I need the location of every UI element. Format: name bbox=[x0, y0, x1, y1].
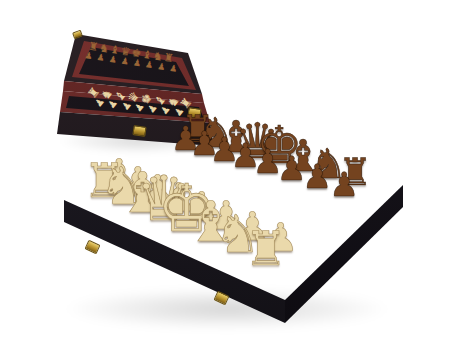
square-b4 bbox=[150, 172, 183, 187]
square-h6 bbox=[313, 198, 353, 217]
square-h3 bbox=[273, 229, 316, 252]
square-e8 bbox=[262, 159, 296, 173]
square-g4 bbox=[260, 209, 300, 229]
piece-black-pawn-h7: ♟ bbox=[329, 167, 359, 200]
board-wood-grain bbox=[64, 130, 403, 300]
product-photo-chess-set: ♜♞♝♛♚♝♞♜ ♟♟♟♟♟♟♟♟ ♜♞♝♛♚♝♞♜ ♟♟♟♟♟♟♟♟ ♜♞♝♛… bbox=[0, 0, 460, 350]
piece-white-pawn-b2: ♟ bbox=[120, 162, 155, 201]
square-a1 bbox=[88, 190, 121, 206]
piece-black-pawn-g7: ♟ bbox=[302, 159, 332, 192]
box-clasp-icon bbox=[187, 107, 201, 119]
square-f3 bbox=[221, 211, 260, 231]
board-clasp-icon bbox=[84, 240, 100, 255]
box-clasp-icon bbox=[132, 125, 146, 137]
piece-black-king-e8: ♚ bbox=[256, 121, 302, 173]
piece-black-rook-h8: ♜ bbox=[339, 154, 372, 191]
square-c7 bbox=[208, 155, 240, 169]
piece-black-bishop-c8: ♝ bbox=[216, 115, 256, 159]
square-e7 bbox=[250, 167, 285, 182]
piece-white-pawn-c2: ♟ bbox=[140, 170, 175, 209]
piece-white-pawn-e2: ♟ bbox=[184, 187, 219, 226]
piece-white-queen-d1: ♛ bbox=[136, 169, 192, 231]
square-d5 bbox=[203, 177, 238, 193]
piece-black-pawn-f7: ♟ bbox=[277, 152, 307, 185]
piece-black-queen-d8: ♛ bbox=[235, 117, 279, 166]
square-e3 bbox=[197, 202, 235, 221]
square-h8 bbox=[336, 179, 375, 196]
piece-white-rook-a1: ♜ bbox=[83, 157, 125, 204]
square-c5 bbox=[183, 170, 217, 185]
piece-white-pawn-f2: ♟ bbox=[208, 197, 243, 236]
piece-white-bishop-f1: ♝ bbox=[186, 194, 236, 250]
square-c4 bbox=[169, 179, 203, 195]
board-lighting-overlay bbox=[64, 130, 403, 300]
square-a3 bbox=[118, 174, 150, 189]
square-d6 bbox=[216, 169, 250, 184]
board-fold-seam bbox=[132, 161, 352, 235]
piece-white-bishop-c1: ♝ bbox=[118, 165, 168, 221]
piece-black-pawn-d7: ♟ bbox=[230, 139, 260, 172]
piece-white-pawn-g2: ♟ bbox=[235, 207, 270, 246]
square-c1 bbox=[125, 205, 161, 224]
square-b3 bbox=[136, 180, 169, 196]
square-f6 bbox=[261, 182, 298, 199]
square-e2 bbox=[183, 212, 221, 232]
square-b5 bbox=[163, 164, 195, 178]
square-a4 bbox=[132, 166, 164, 180]
square-h5 bbox=[300, 208, 341, 228]
square-a5 bbox=[145, 159, 176, 173]
piece-black-pawn-e7: ♟ bbox=[253, 145, 283, 178]
square-f8 bbox=[285, 165, 321, 180]
piece-white-rook-h1: ♜ bbox=[245, 224, 287, 271]
piece-white-pawn-h2: ♟ bbox=[263, 218, 298, 257]
square-d2 bbox=[161, 204, 198, 223]
square-f4 bbox=[235, 201, 273, 220]
square-c2 bbox=[140, 196, 175, 214]
square-h7 bbox=[325, 188, 364, 206]
piece-white-knight-g1: ♞ bbox=[214, 208, 261, 260]
square-g1 bbox=[216, 242, 259, 266]
square-f5 bbox=[248, 191, 286, 209]
piece-white-pawn-d2: ♟ bbox=[161, 178, 196, 217]
square-g5 bbox=[273, 199, 312, 218]
square-f2 bbox=[206, 221, 246, 242]
square-d1 bbox=[145, 214, 182, 234]
square-e1 bbox=[167, 222, 206, 243]
square-c6 bbox=[196, 163, 229, 177]
piece-black-bishop-f8: ♝ bbox=[283, 134, 323, 178]
square-b6 bbox=[176, 157, 208, 171]
square-e5 bbox=[225, 184, 261, 201]
square-f1 bbox=[191, 232, 232, 254]
square-c8 bbox=[220, 148, 252, 161]
piece-black-knight-g8: ♞ bbox=[310, 143, 347, 185]
square-d7 bbox=[229, 161, 263, 175]
square-e6 bbox=[238, 175, 274, 191]
square-g7 bbox=[298, 181, 336, 198]
square-g6 bbox=[286, 190, 325, 208]
square-d4 bbox=[190, 186, 225, 203]
square-h2 bbox=[259, 241, 303, 265]
square-b1 bbox=[106, 197, 141, 214]
square-d3 bbox=[176, 194, 212, 212]
square-d8 bbox=[241, 153, 274, 167]
piece-white-pawn-a2: ♟ bbox=[102, 155, 137, 194]
piece-white-king-e1: ♚ bbox=[157, 175, 216, 240]
square-g8 bbox=[310, 172, 347, 188]
square-g3 bbox=[246, 220, 287, 241]
square-h1 bbox=[244, 253, 289, 279]
square-c3 bbox=[155, 187, 190, 204]
square-b2 bbox=[121, 189, 155, 206]
piece-white-knight-b1: ♞ bbox=[99, 160, 146, 212]
chess-board bbox=[64, 130, 403, 300]
square-g2 bbox=[232, 231, 274, 254]
square-a2 bbox=[103, 182, 136, 198]
square-h4 bbox=[287, 218, 329, 239]
square-f7 bbox=[274, 174, 310, 190]
square-e4 bbox=[212, 193, 249, 211]
